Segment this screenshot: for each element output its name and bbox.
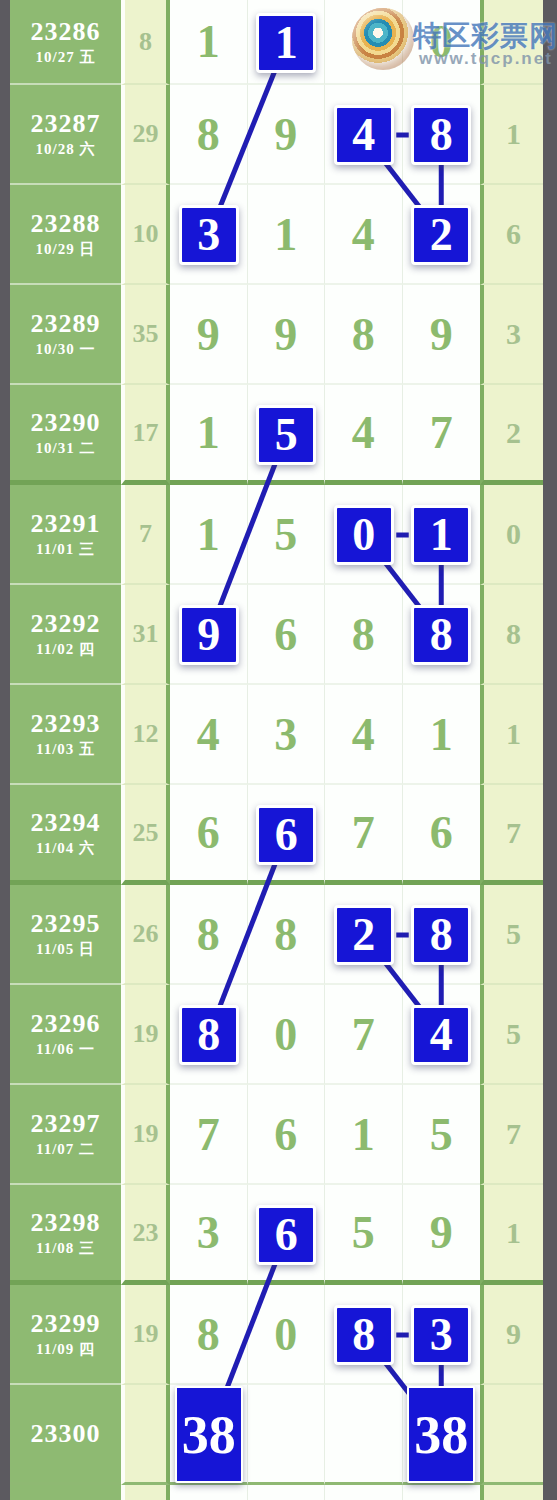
digit-cell [248,1385,326,1485]
digit-cell: 7 [403,385,481,485]
digit-cell: 4 [325,685,403,785]
digit-cell: 6 [248,585,326,685]
digit-cell [403,85,481,185]
digit-cell: 9 [403,285,481,385]
period-number: 23290 [31,410,101,436]
draw-date: 10/27 五 [36,50,96,65]
sum-cell: 12 [121,685,170,785]
period-cell: 23300 [10,1385,121,1485]
sum-cell: 23 [121,1185,170,1285]
sum-cell: 19 [121,1085,170,1185]
tail-cell: 6 [480,185,543,285]
digit-cell: 9 [248,85,326,185]
digit-cell: 9 [403,1185,481,1285]
draw-date: 11/06 一 [36,1042,95,1057]
sum-cell: 10 [121,185,170,285]
period-cell: 2329211/02 四 [10,585,121,685]
tail-cell: 1 [480,85,543,185]
period-number: 23286 [31,19,101,45]
tail-cell: 7 [480,785,543,885]
digit-cell: 4 [170,685,248,785]
cutoff-cell [170,1485,248,1500]
left-margin [0,0,10,1500]
cutoff-cell [403,1485,481,1500]
sum-cell: 25 [121,785,170,885]
period-cell: 2328610/27 五 [10,0,121,85]
digit-cell [325,485,403,585]
draw-row-23288: 2328810/29 日10146 [10,185,543,285]
cutoff-cell [480,1485,543,1500]
period-cell: 2329911/09 四 [10,1285,121,1385]
draw-row-23298: 2329811/08 三233591 [10,1185,543,1285]
draw-date: 10/30 一 [36,342,96,357]
cutoff-cell [248,1485,326,1500]
tail-cell: 5 [480,885,543,985]
draw-row-23297: 2329711/07 二1976157 [10,1085,543,1185]
digit-cell [325,885,403,985]
digit-cell [403,985,481,1085]
digit-cell: 8 [248,885,326,985]
digit-cell: 1 [170,0,248,85]
digit-cell: 8 [325,285,403,385]
draw-row-23300: 23300 [10,1385,543,1485]
sum-cell: 29 [121,85,170,185]
period-number: 23288 [31,211,101,237]
sum-cell: 35 [121,285,170,385]
sum-cell: 31 [121,585,170,685]
digit-cell: 6 [248,1085,326,1185]
period-cell: 2329811/08 三 [10,1185,121,1285]
draw-date: 10/29 日 [36,242,96,257]
digit-cell [170,1385,248,1485]
draw-row-23289: 2328910/30 一3599893 [10,285,543,385]
cutoff-cell [325,1485,403,1500]
right-margin [543,0,557,1500]
period-number: 23296 [31,1011,101,1037]
tail-cell: 0 [480,485,543,585]
draw-row-23295: 2329511/05 日26885 [10,885,543,985]
period-number: 23297 [31,1111,101,1137]
tail-cell: 1 [480,685,543,785]
period-number: 23292 [31,611,101,637]
tail-cell: 8 [480,585,543,685]
draw-date: 11/05 日 [36,942,95,957]
draw-date: 10/28 六 [36,142,96,157]
digit-cell: 7 [325,785,403,885]
digit-cell: 1 [248,185,326,285]
digit-cell: 1 [403,685,481,785]
digit-cell: 9 [170,285,248,385]
period-number: 23299 [31,1311,101,1337]
digit-cell [403,485,481,585]
sum-cell [121,1385,170,1485]
digit-cell: 0 [403,0,481,85]
digit-cell [325,0,403,85]
digit-cell [170,585,248,685]
tail-cell: 9 [480,1285,543,1385]
sum-cell: 19 [121,1285,170,1385]
digit-cell: 6 [170,785,248,885]
period-number: 23287 [31,111,101,137]
draw-row-23296: 2329611/06 一19075 [10,985,543,1085]
draw-row-23294: 2329411/04 六256767 [10,785,543,885]
digit-cell [325,1285,403,1385]
draw-row-23287: 2328710/28 六29891 [10,85,543,185]
tail-cell [480,0,543,85]
digit-cell: 5 [403,1085,481,1185]
period-cell: 2329511/05 日 [10,885,121,985]
period-cell: 2329411/04 六 [10,785,121,885]
period-number: 23300 [31,1421,101,1447]
period-cell: 2328710/28 六 [10,85,121,185]
period-cell: 2329311/03 五 [10,685,121,785]
draw-row-23291: 2329111/01 三7150 [10,485,543,585]
draw-row-23299: 2329911/09 四19809 [10,1285,543,1385]
digit-cell: 8 [170,885,248,985]
period-number: 23294 [31,810,101,836]
period-cell: 2328810/29 日 [10,185,121,285]
tail-cell [480,1385,543,1485]
draw-date: 11/07 二 [36,1142,95,1157]
digit-cell [248,1185,326,1285]
digit-cell: 5 [248,485,326,585]
draw-date: 11/08 三 [36,1241,95,1256]
cutoff-next-row [10,1485,543,1500]
draw-date: 11/01 三 [36,542,95,557]
lottery-trend-chart: 2328610/27 五8102328710/28 六298912328810/… [0,0,557,1500]
sum-cell: 17 [121,385,170,485]
digit-cell: 1 [170,385,248,485]
digit-cell [403,885,481,985]
draw-date: 11/04 六 [36,841,95,856]
draw-row-23293: 2329311/03 五1243411 [10,685,543,785]
digit-cell: 8 [325,585,403,685]
period-number: 23295 [31,911,101,937]
sum-cell: 26 [121,885,170,985]
period-cell: 2328910/30 一 [10,285,121,385]
period-cell: 2329711/07 二 [10,1085,121,1185]
tail-cell: 7 [480,1085,543,1185]
digit-cell [403,1285,481,1385]
draw-date: 11/02 四 [36,642,95,657]
digit-cell [403,1385,481,1485]
digit-cell: 1 [325,1085,403,1185]
digit-cell: 9 [248,285,326,385]
period-number: 23291 [31,511,101,537]
cutoff-cell [10,1485,121,1500]
digit-cell: 4 [325,385,403,485]
digit-cell: 0 [248,985,326,1085]
sum-cell: 8 [121,0,170,85]
digit-cell [170,185,248,285]
digit-cell [248,785,326,885]
digit-cell [248,385,326,485]
digit-cell: 8 [170,1285,248,1385]
digit-cell: 1 [170,485,248,585]
draw-date: 10/31 二 [36,441,96,456]
cutoff-cell [121,1485,170,1500]
draw-row-23290: 2329010/31 二171472 [10,385,543,485]
period-number: 23289 [31,311,101,337]
digit-cell: 6 [403,785,481,885]
period-cell: 2329111/01 三 [10,485,121,585]
digit-cell: 5 [325,1185,403,1285]
tail-cell: 2 [480,385,543,485]
tail-cell: 1 [480,1185,543,1285]
period-cell: 2329010/31 二 [10,385,121,485]
tail-cell: 5 [480,985,543,1085]
digit-cell: 4 [325,185,403,285]
sum-cell: 7 [121,485,170,585]
period-cell: 2329611/06 一 [10,985,121,1085]
draw-row-23286: 2328610/27 五810 [10,0,543,85]
draw-row-23292: 2329211/02 四31688 [10,585,543,685]
digit-cell: 3 [248,685,326,785]
draw-date: 11/09 四 [36,1342,95,1357]
digit-cell [403,185,481,285]
digit-cell [248,0,326,85]
digit-cell: 8 [170,85,248,185]
digit-cell: 0 [248,1285,326,1385]
digit-cell [325,1385,403,1485]
digit-cell [170,985,248,1085]
digit-cell [403,585,481,685]
period-number: 23298 [31,1210,101,1236]
sum-cell: 19 [121,985,170,1085]
chart-rows: 2328610/27 五8102328710/28 六298912328810/… [10,0,543,1500]
digit-cell [325,85,403,185]
digit-cell: 3 [170,1185,248,1285]
digit-cell: 7 [325,985,403,1085]
draw-date: 11/03 五 [36,742,95,757]
digit-cell: 7 [170,1085,248,1185]
tail-cell: 3 [480,285,543,385]
period-number: 23293 [31,711,101,737]
